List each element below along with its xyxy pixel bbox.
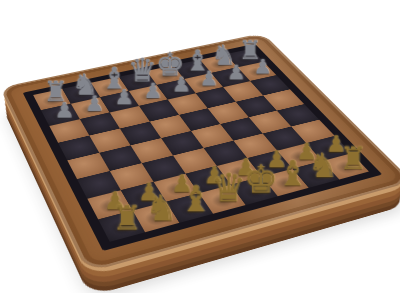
piece-brass-queen-d1[interactable]: ♛: [211, 168, 247, 207]
piece-brass-king-e1[interactable]: ♚: [243, 160, 278, 199]
piece-silver-pawn-f7[interactable]: ♟: [194, 68, 224, 89]
chess-board: ♜♞♝♛♚♝♞♜♟♟♟♟♟♟♟♟♟♟♟♟♟♟♟♟♜♞♝♛♚♝♞♜: [0, 33, 400, 272]
rook-glyph: ♜: [112, 201, 142, 235]
photo-scene: ♜♞♝♛♚♝♞♜♟♟♟♟♟♟♟♟♟♟♟♟♟♟♟♟♜♞♝♛♚♝♞♜: [0, 0, 400, 293]
pawn-glyph: ♟: [114, 87, 133, 108]
piece-silver-pawn-g7[interactable]: ♟: [221, 62, 251, 82]
board-frame: ♜♞♝♛♚♝♞♜♟♟♟♟♟♟♟♟♟♟♟♟♟♟♟♟♜♞♝♛♚♝♞♜: [0, 33, 400, 272]
piece-brass-rook-h1[interactable]: ♜: [336, 143, 370, 174]
pawn-glyph: ♟: [227, 62, 245, 82]
bishop-glyph: ♝: [179, 180, 212, 216]
pawn-glyph: ♟: [253, 57, 271, 77]
pawn-glyph: ♟: [85, 93, 104, 114]
piece-silver-pawn-e7[interactable]: ♟: [166, 74, 196, 95]
piece-brass-knight-b1[interactable]: ♞: [143, 190, 180, 226]
piece-brass-knight-g1[interactable]: ♞: [306, 148, 341, 182]
queen-glyph: ♛: [211, 168, 246, 207]
knight-glyph: ♞: [308, 148, 338, 182]
piece-silver-pawn-h7[interactable]: ♟: [248, 57, 277, 77]
pawn-glyph: ♟: [172, 74, 191, 95]
piece-silver-pawn-a7[interactable]: ♟: [48, 99, 80, 121]
piece-silver-pawn-c7[interactable]: ♟: [108, 87, 139, 108]
knight-glyph: ♞: [146, 190, 178, 226]
piece-brass-bishop-c1[interactable]: ♝: [177, 180, 213, 216]
square-a5[interactable]: [58, 135, 99, 160]
pawn-glyph: ♟: [54, 99, 73, 121]
pawn-glyph: ♟: [200, 68, 218, 89]
piece-brass-rook-a1[interactable]: ♜: [108, 201, 145, 235]
piece-silver-pawn-d7[interactable]: ♟: [137, 80, 168, 101]
piece-silver-pawn-b7[interactable]: ♟: [79, 93, 110, 114]
bishop-glyph: ♝: [277, 155, 308, 190]
square-d5[interactable]: [150, 114, 191, 137]
king-glyph: ♚: [243, 160, 278, 199]
square-h4[interactable]: [277, 104, 319, 126]
pawn-glyph: ♟: [143, 80, 162, 101]
rook-glyph: ♜: [339, 143, 367, 174]
piece-brass-bishop-f1[interactable]: ♝: [275, 155, 310, 190]
